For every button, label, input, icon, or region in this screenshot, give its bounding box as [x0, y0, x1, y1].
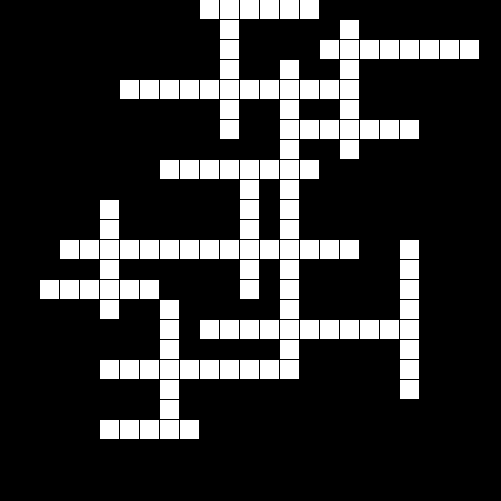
block-cell-r13-c0: [0, 260, 20, 280]
block-cell-r7-c1: [20, 140, 40, 160]
open-cell-r4-c8[interactable]: [160, 80, 180, 100]
block-cell-r15-c0: [0, 300, 20, 320]
open-cell-r0-c11[interactable]: [220, 0, 240, 20]
open-cell-r21-c7[interactable]: [140, 420, 160, 440]
open-cell-r4-c12[interactable]: [240, 80, 260, 100]
block-cell-r24-c16: [320, 480, 340, 500]
block-cell-r19-c15: [300, 380, 320, 400]
block-cell-r24-c20: [400, 480, 420, 500]
block-cell-r9-c24: [480, 180, 500, 200]
open-cell-r16-c20[interactable]: [400, 320, 420, 340]
block-cell-r14-c19: [380, 280, 400, 300]
block-cell-r5-c12: [240, 100, 260, 120]
block-cell-r9-c0: [0, 180, 20, 200]
open-cell-r16-c15[interactable]: [300, 320, 320, 340]
block-cell-r18-c1: [20, 360, 40, 380]
open-cell-r4-c14[interactable]: [280, 80, 300, 100]
block-cell-r5-c21: [420, 100, 440, 120]
block-cell-r7-c0: [0, 140, 20, 160]
block-cell-r10-c11: [220, 200, 240, 220]
open-cell-r14-c6[interactable]: [120, 280, 140, 300]
block-cell-r15-c1: [20, 300, 40, 320]
open-cell-r4-c11[interactable]: [220, 80, 240, 100]
open-cell-r18-c9[interactable]: [180, 360, 200, 380]
block-cell-r7-c3: [60, 140, 80, 160]
open-cell-r10-c12[interactable]: [240, 200, 260, 220]
open-cell-r12-c6[interactable]: [120, 240, 140, 260]
open-cell-r14-c20[interactable]: [400, 280, 420, 300]
block-cell-r13-c24: [480, 260, 500, 280]
block-cell-r23-c0: [0, 460, 20, 480]
block-cell-r20-c4: [80, 400, 100, 420]
open-cell-r12-c8[interactable]: [160, 240, 180, 260]
open-cell-r2-c16[interactable]: [320, 40, 340, 60]
block-cell-r4-c3: [60, 80, 80, 100]
block-cell-r1-c2: [40, 20, 60, 40]
block-cell-r7-c4: [80, 140, 100, 160]
block-cell-r0-c7: [140, 0, 160, 20]
open-cell-r15-c5[interactable]: [100, 300, 120, 320]
block-cell-r24-c3: [60, 480, 80, 500]
open-cell-r18-c8[interactable]: [160, 360, 180, 380]
open-cell-r0-c12[interactable]: [240, 0, 260, 20]
open-cell-r8-c13[interactable]: [260, 160, 280, 180]
open-cell-r12-c12[interactable]: [240, 240, 260, 260]
block-cell-r18-c18: [360, 360, 380, 380]
block-cell-r12-c21: [420, 240, 440, 260]
open-cell-r8-c9[interactable]: [180, 160, 200, 180]
block-cell-r22-c21: [420, 440, 440, 460]
block-cell-r0-c8: [160, 0, 180, 20]
open-cell-r13-c12[interactable]: [240, 260, 260, 280]
open-cell-r18-c6[interactable]: [120, 360, 140, 380]
block-cell-r10-c8: [160, 200, 180, 220]
open-cell-r6-c14[interactable]: [280, 120, 300, 140]
block-cell-r3-c5: [100, 60, 120, 80]
open-cell-r0-c13[interactable]: [260, 0, 280, 20]
open-cell-r12-c11[interactable]: [220, 240, 240, 260]
open-cell-r17-c14[interactable]: [280, 340, 300, 360]
block-cell-r17-c6: [120, 340, 140, 360]
block-cell-r11-c4: [80, 220, 100, 240]
block-cell-r11-c0: [0, 220, 20, 240]
open-cell-r16-c11[interactable]: [220, 320, 240, 340]
open-cell-r16-c17[interactable]: [340, 320, 360, 340]
block-cell-r8-c24: [480, 160, 500, 180]
block-cell-r20-c10: [200, 400, 220, 420]
open-cell-r6-c19[interactable]: [380, 120, 400, 140]
block-cell-r14-c18: [360, 280, 380, 300]
block-cell-r15-c16: [320, 300, 340, 320]
block-cell-r13-c13: [260, 260, 280, 280]
open-cell-r16-c14[interactable]: [280, 320, 300, 340]
block-cell-r20-c11: [220, 400, 240, 420]
block-cell-r11-c24: [480, 220, 500, 240]
block-cell-r6-c1: [20, 120, 40, 140]
block-cell-r2-c24: [480, 40, 500, 60]
block-cell-r21-c23: [460, 420, 480, 440]
block-cell-r24-c22: [440, 480, 460, 500]
block-cell-r7-c6: [120, 140, 140, 160]
open-cell-r0-c14[interactable]: [280, 0, 300, 20]
open-cell-r8-c10[interactable]: [200, 160, 220, 180]
block-cell-r13-c4: [80, 260, 100, 280]
block-cell-r8-c19: [380, 160, 400, 180]
open-cell-r14-c4[interactable]: [80, 280, 100, 300]
block-cell-r4-c22: [440, 80, 460, 100]
block-cell-r13-c19: [380, 260, 400, 280]
open-cell-r11-c14[interactable]: [280, 220, 300, 240]
open-cell-r6-c16[interactable]: [320, 120, 340, 140]
open-cell-r14-c7[interactable]: [140, 280, 160, 300]
open-cell-r5-c14[interactable]: [280, 100, 300, 120]
block-cell-r15-c9: [180, 300, 200, 320]
open-cell-r12-c5[interactable]: [100, 240, 120, 260]
block-cell-r10-c18: [360, 200, 380, 220]
block-cell-r10-c21: [420, 200, 440, 220]
block-cell-r5-c20: [400, 100, 420, 120]
open-cell-r8-c11[interactable]: [220, 160, 240, 180]
open-cell-r18-c14[interactable]: [280, 360, 300, 380]
open-cell-r1-c11[interactable]: [220, 20, 240, 40]
block-cell-r3-c6: [120, 60, 140, 80]
open-cell-r0-c10[interactable]: [200, 0, 220, 20]
block-cell-r15-c18: [360, 300, 380, 320]
block-cell-r23-c8: [160, 460, 180, 480]
block-cell-r6-c0: [0, 120, 20, 140]
block-cell-r7-c9: [180, 140, 200, 160]
block-cell-r21-c2: [40, 420, 60, 440]
open-cell-r4-c16[interactable]: [320, 80, 340, 100]
open-cell-r12-c14[interactable]: [280, 240, 300, 260]
block-cell-r19-c2: [40, 380, 60, 400]
block-cell-r21-c12: [240, 420, 260, 440]
open-cell-r2-c22[interactable]: [440, 40, 460, 60]
open-cell-r14-c14[interactable]: [280, 280, 300, 300]
block-cell-r22-c11: [220, 440, 240, 460]
block-cell-r21-c1: [20, 420, 40, 440]
block-cell-r17-c24: [480, 340, 500, 360]
block-cell-r8-c17: [340, 160, 360, 180]
open-cell-r19-c20[interactable]: [400, 380, 420, 400]
open-cell-r3-c11[interactable]: [220, 60, 240, 80]
open-cell-r8-c15[interactable]: [300, 160, 320, 180]
open-cell-r14-c5[interactable]: [100, 280, 120, 300]
block-cell-r13-c18: [360, 260, 380, 280]
block-cell-r9-c2: [40, 180, 60, 200]
block-cell-r14-c22: [440, 280, 460, 300]
block-cell-r8-c3: [60, 160, 80, 180]
block-cell-r16-c1: [20, 320, 40, 340]
block-cell-r7-c18: [360, 140, 380, 160]
block-cell-r15-c13: [260, 300, 280, 320]
open-cell-r16-c16[interactable]: [320, 320, 340, 340]
block-cell-r4-c0: [0, 80, 20, 100]
block-cell-r22-c5: [100, 440, 120, 460]
block-cell-r21-c3: [60, 420, 80, 440]
block-cell-r10-c19: [380, 200, 400, 220]
open-cell-r14-c3[interactable]: [60, 280, 80, 300]
block-cell-r23-c22: [440, 460, 460, 480]
block-cell-r20-c16: [320, 400, 340, 420]
block-cell-r1-c8: [160, 20, 180, 40]
open-cell-r9-c14[interactable]: [280, 180, 300, 200]
block-cell-r18-c16: [320, 360, 340, 380]
block-cell-r23-c3: [60, 460, 80, 480]
open-cell-r17-c20[interactable]: [400, 340, 420, 360]
open-cell-r4-c6[interactable]: [120, 80, 140, 100]
block-cell-r2-c7: [140, 40, 160, 60]
block-cell-r0-c19: [380, 0, 400, 20]
block-cell-r15-c17: [340, 300, 360, 320]
open-cell-r6-c17[interactable]: [340, 120, 360, 140]
block-cell-r19-c6: [120, 380, 140, 400]
open-cell-r2-c23[interactable]: [460, 40, 480, 60]
block-cell-r13-c6: [120, 260, 140, 280]
open-cell-r12-c9[interactable]: [180, 240, 200, 260]
open-cell-r5-c17[interactable]: [340, 100, 360, 120]
block-cell-r23-c9: [180, 460, 200, 480]
open-cell-r6-c20[interactable]: [400, 120, 420, 140]
open-cell-r4-c17[interactable]: [340, 80, 360, 100]
open-cell-r17-c8[interactable]: [160, 340, 180, 360]
block-cell-r24-c15: [300, 480, 320, 500]
block-cell-r9-c13: [260, 180, 280, 200]
block-cell-r21-c18: [360, 420, 380, 440]
open-cell-r12-c3[interactable]: [60, 240, 80, 260]
block-cell-r19-c21: [420, 380, 440, 400]
open-cell-r5-c11[interactable]: [220, 100, 240, 120]
block-cell-r18-c0: [0, 360, 20, 380]
open-cell-r2-c11[interactable]: [220, 40, 240, 60]
block-cell-r16-c3: [60, 320, 80, 340]
open-cell-r3-c14[interactable]: [280, 60, 300, 80]
block-cell-r20-c22: [440, 400, 460, 420]
block-cell-r3-c13: [260, 60, 280, 80]
block-cell-r7-c19: [380, 140, 400, 160]
block-cell-r3-c12: [240, 60, 260, 80]
open-cell-r12-c15[interactable]: [300, 240, 320, 260]
open-cell-r2-c18[interactable]: [360, 40, 380, 60]
open-cell-r10-c14[interactable]: [280, 200, 300, 220]
open-cell-r2-c19[interactable]: [380, 40, 400, 60]
block-cell-r7-c20: [400, 140, 420, 160]
block-cell-r17-c2: [40, 340, 60, 360]
open-cell-r18-c12[interactable]: [240, 360, 260, 380]
block-cell-r9-c19: [380, 180, 400, 200]
open-cell-r18-c5[interactable]: [100, 360, 120, 380]
open-cell-r15-c8[interactable]: [160, 300, 180, 320]
open-cell-r13-c5[interactable]: [100, 260, 120, 280]
open-cell-r20-c8[interactable]: [160, 400, 180, 420]
open-cell-r18-c10[interactable]: [200, 360, 220, 380]
block-cell-r11-c8: [160, 220, 180, 240]
block-cell-r11-c11: [220, 220, 240, 240]
block-cell-r0-c20: [400, 0, 420, 20]
block-cell-r10-c22: [440, 200, 460, 220]
block-cell-r22-c8: [160, 440, 180, 460]
open-cell-r2-c20[interactable]: [400, 40, 420, 60]
block-cell-r5-c18: [360, 100, 380, 120]
block-cell-r21-c24: [480, 420, 500, 440]
block-cell-r19-c18: [360, 380, 380, 400]
block-cell-r14-c8: [160, 280, 180, 300]
block-cell-r9-c5: [100, 180, 120, 200]
block-cell-r9-c7: [140, 180, 160, 200]
block-cell-r9-c8: [160, 180, 180, 200]
open-cell-r10-c5[interactable]: [100, 200, 120, 220]
block-cell-r4-c18: [360, 80, 380, 100]
block-cell-r22-c6: [120, 440, 140, 460]
block-cell-r4-c24: [480, 80, 500, 100]
block-cell-r10-c15: [300, 200, 320, 220]
block-cell-r19-c23: [460, 380, 480, 400]
open-cell-r12-c16[interactable]: [320, 240, 340, 260]
open-cell-r8-c14[interactable]: [280, 160, 300, 180]
block-cell-r1-c5: [100, 20, 120, 40]
block-cell-r11-c13: [260, 220, 280, 240]
open-cell-r9-c12[interactable]: [240, 180, 260, 200]
open-cell-r21-c9[interactable]: [180, 420, 200, 440]
open-cell-r4-c9[interactable]: [180, 80, 200, 100]
open-cell-r4-c10[interactable]: [200, 80, 220, 100]
open-cell-r15-c14[interactable]: [280, 300, 300, 320]
block-cell-r23-c12: [240, 460, 260, 480]
block-cell-r16-c7: [140, 320, 160, 340]
open-cell-r12-c4[interactable]: [80, 240, 100, 260]
open-cell-r21-c5[interactable]: [100, 420, 120, 440]
open-cell-r12-c10[interactable]: [200, 240, 220, 260]
open-cell-r13-c20[interactable]: [400, 260, 420, 280]
block-cell-r6-c3: [60, 120, 80, 140]
open-cell-r19-c8[interactable]: [160, 380, 180, 400]
block-cell-r22-c15: [300, 440, 320, 460]
open-cell-r18-c11[interactable]: [220, 360, 240, 380]
open-cell-r18-c13[interactable]: [260, 360, 280, 380]
block-cell-r24-c7: [140, 480, 160, 500]
block-cell-r19-c22: [440, 380, 460, 400]
open-cell-r18-c20[interactable]: [400, 360, 420, 380]
open-cell-r12-c17[interactable]: [340, 240, 360, 260]
open-cell-r21-c8[interactable]: [160, 420, 180, 440]
open-cell-r4-c13[interactable]: [260, 80, 280, 100]
open-cell-r12-c13[interactable]: [260, 240, 280, 260]
block-cell-r19-c16: [320, 380, 340, 400]
block-cell-r16-c22: [440, 320, 460, 340]
block-cell-r1-c16: [320, 20, 340, 40]
block-cell-r19-c1: [20, 380, 40, 400]
open-cell-r16-c19[interactable]: [380, 320, 400, 340]
open-cell-r4-c15[interactable]: [300, 80, 320, 100]
block-cell-r22-c3: [60, 440, 80, 460]
crossword-board: [0, 0, 500, 500]
open-cell-r14-c12[interactable]: [240, 280, 260, 300]
block-cell-r10-c17: [340, 200, 360, 220]
open-cell-r16-c8[interactable]: [160, 320, 180, 340]
open-cell-r6-c11[interactable]: [220, 120, 240, 140]
block-cell-r22-c7: [140, 440, 160, 460]
block-cell-r2-c0: [0, 40, 20, 60]
open-cell-r12-c20[interactable]: [400, 240, 420, 260]
open-cell-r4-c7[interactable]: [140, 80, 160, 100]
block-cell-r19-c14: [280, 380, 300, 400]
open-cell-r18-c7[interactable]: [140, 360, 160, 380]
block-cell-r15-c7: [140, 300, 160, 320]
open-cell-r11-c5[interactable]: [100, 220, 120, 240]
block-cell-r2-c15: [300, 40, 320, 60]
open-cell-r21-c6[interactable]: [120, 420, 140, 440]
block-cell-r14-c24: [480, 280, 500, 300]
block-cell-r17-c4: [80, 340, 100, 360]
block-cell-r20-c2: [40, 400, 60, 420]
block-cell-r14-c10: [200, 280, 220, 300]
open-cell-r16-c13[interactable]: [260, 320, 280, 340]
block-cell-r20-c15: [300, 400, 320, 420]
open-cell-r8-c8[interactable]: [160, 160, 180, 180]
block-cell-r9-c23: [460, 180, 480, 200]
block-cell-r22-c2: [40, 440, 60, 460]
open-cell-r6-c18[interactable]: [360, 120, 380, 140]
open-cell-r14-c2[interactable]: [40, 280, 60, 300]
block-cell-r1-c23: [460, 20, 480, 40]
block-cell-r21-c22: [440, 420, 460, 440]
block-cell-r17-c16: [320, 340, 340, 360]
open-cell-r2-c21[interactable]: [420, 40, 440, 60]
block-cell-r18-c2: [40, 360, 60, 380]
block-cell-r11-c9: [180, 220, 200, 240]
open-cell-r6-c15[interactable]: [300, 120, 320, 140]
block-cell-r4-c4: [80, 80, 100, 100]
block-cell-r13-c7: [140, 260, 160, 280]
block-cell-r23-c19: [380, 460, 400, 480]
open-cell-r12-c7[interactable]: [140, 240, 160, 260]
block-cell-r10-c13: [260, 200, 280, 220]
block-cell-r24-c21: [420, 480, 440, 500]
block-cell-r22-c0: [0, 440, 20, 460]
open-cell-r16-c10[interactable]: [200, 320, 220, 340]
block-cell-r19-c24: [480, 380, 500, 400]
block-cell-r11-c19: [380, 220, 400, 240]
open-cell-r13-c14[interactable]: [280, 260, 300, 280]
open-cell-r2-c17[interactable]: [340, 40, 360, 60]
open-cell-r8-c12[interactable]: [240, 160, 260, 180]
block-cell-r0-c17: [340, 0, 360, 20]
open-cell-r0-c15[interactable]: [300, 0, 320, 20]
block-cell-r10-c4: [80, 200, 100, 220]
block-cell-r22-c13: [260, 440, 280, 460]
open-cell-r15-c20[interactable]: [400, 300, 420, 320]
open-cell-r7-c14[interactable]: [280, 140, 300, 160]
block-cell-r18-c17: [340, 360, 360, 380]
block-cell-r22-c10: [200, 440, 220, 460]
open-cell-r7-c17[interactable]: [340, 140, 360, 160]
block-cell-r22-c18: [360, 440, 380, 460]
block-cell-r17-c17: [340, 340, 360, 360]
block-cell-r2-c13: [260, 40, 280, 60]
open-cell-r1-c17[interactable]: [340, 20, 360, 40]
open-cell-r11-c12[interactable]: [240, 220, 260, 240]
open-cell-r3-c17[interactable]: [340, 60, 360, 80]
block-cell-r13-c21: [420, 260, 440, 280]
block-cell-r11-c22: [440, 220, 460, 240]
block-cell-r14-c21: [420, 280, 440, 300]
open-cell-r16-c18[interactable]: [360, 320, 380, 340]
block-cell-r15-c23: [460, 300, 480, 320]
open-cell-r16-c12[interactable]: [240, 320, 260, 340]
block-cell-r12-c22: [440, 240, 460, 260]
block-cell-r8-c2: [40, 160, 60, 180]
block-cell-r19-c5: [100, 380, 120, 400]
